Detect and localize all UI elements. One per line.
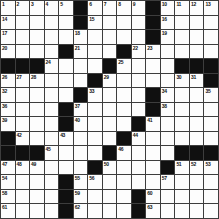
black-cell-1-11 [146,1,160,15]
clue-number-44: 44 [133,132,138,138]
cell-7-3[interactable] [30,88,44,102]
cell-1-7[interactable]: 6 [88,1,102,15]
cell-5-12[interactable] [161,59,175,73]
cell-4-13[interactable] [175,45,189,59]
black-cell-11-13 [175,146,189,160]
clue-number-24: 24 [46,59,51,65]
black-cell-5-15 [204,59,218,73]
cell-6-4[interactable] [45,74,59,88]
cell-5-11[interactable] [146,59,160,73]
clue-number-43: 43 [60,132,65,138]
cell-11-4[interactable]: 45 [45,146,59,160]
cell-10-8[interactable] [103,132,117,146]
cell-1-8[interactable]: 7 [103,1,117,15]
cell-9-2[interactable] [16,117,30,131]
cell-14-12[interactable] [161,190,175,204]
black-cell-14-5 [59,190,73,204]
cell-7-2[interactable] [16,88,30,102]
clue-number-50: 50 [104,161,109,167]
cell-1-2[interactable]: 2 [16,1,30,15]
clue-number-3: 3 [31,1,33,7]
cell-9-13[interactable] [175,117,189,131]
cell-9-4[interactable] [45,117,59,131]
clue-number-41: 41 [147,117,152,123]
cell-3-14[interactable] [190,30,204,44]
clue-number-59: 59 [75,190,80,196]
cell-7-15[interactable]: 35 [204,88,218,102]
cell-3-8[interactable] [103,30,117,44]
black-cell-5-8 [103,59,117,73]
cell-11-9[interactable]: 46 [117,146,131,160]
cell-15-8[interactable] [103,204,117,218]
cell-3-13[interactable] [175,30,189,44]
cell-9-11[interactable]: 41 [146,117,160,131]
cell-4-2[interactable] [16,45,30,59]
black-cell-9-5 [59,117,73,131]
cell-7-10[interactable] [132,88,146,102]
cell-15-13[interactable] [175,204,189,218]
cell-10-11[interactable] [146,132,160,146]
clue-number-57: 57 [162,175,167,181]
cell-2-9[interactable] [117,16,131,30]
cell-10-4[interactable] [45,132,59,146]
cell-9-12[interactable] [161,117,175,131]
clue-number-10: 10 [162,1,167,7]
cell-2-15[interactable] [204,16,218,30]
cell-6-12[interactable] [161,74,175,88]
cell-9-14[interactable] [190,117,204,131]
cell-5-4[interactable]: 24 [45,59,59,73]
cell-9-3[interactable] [30,117,44,131]
clue-number-12: 12 [191,1,196,7]
cell-1-1[interactable]: 1 [1,1,15,15]
clue-number-7: 7 [104,1,106,7]
black-cell-11-8 [103,146,117,160]
cell-8-8[interactable] [103,103,117,117]
clue-number-48: 48 [17,161,22,167]
cell-13-15[interactable] [204,175,218,189]
cell-7-9[interactable] [117,88,131,102]
cell-4-15[interactable] [204,45,218,59]
clue-number-29: 29 [104,74,109,80]
clue-number-17: 17 [2,30,7,36]
cell-15-11[interactable]: 63 [146,204,160,218]
black-cell-4-9 [117,45,131,59]
cell-9-1[interactable]: 39 [1,117,15,131]
cell-8-7[interactable] [88,103,102,117]
cell-4-3[interactable] [30,45,44,59]
cell-6-13[interactable]: 30 [175,74,189,88]
cell-10-15[interactable] [204,132,218,146]
cell-8-3[interactable] [30,103,44,117]
cell-7-5[interactable] [59,88,73,102]
cell-3-9[interactable] [117,30,131,44]
cell-2-2[interactable] [16,16,30,30]
cell-4-11[interactable]: 23 [146,45,160,59]
clue-number-18: 18 [75,30,80,36]
cell-15-7[interactable] [88,204,102,218]
cell-3-2[interactable] [16,30,30,44]
cell-15-6[interactable]: 62 [74,204,88,218]
black-cell-9-10 [132,117,146,131]
clue-number-25: 25 [118,59,123,65]
black-cell-11-2 [16,146,30,160]
cell-1-15[interactable]: 13 [204,1,218,15]
clue-number-2: 2 [17,1,19,7]
cell-10-14[interactable] [190,132,204,146]
cell-14-13[interactable] [175,190,189,204]
black-cell-2-11 [146,16,160,30]
cell-2-8[interactable] [103,16,117,30]
cell-14-11[interactable]: 60 [146,190,160,204]
clue-number-6: 6 [89,1,91,7]
cell-8-1[interactable]: 36 [1,103,15,117]
clue-number-1: 1 [2,1,4,7]
cell-1-13[interactable]: 11 [175,1,189,15]
cell-14-9[interactable] [117,190,131,204]
clue-number-58: 58 [2,190,7,196]
cell-14-7[interactable] [88,190,102,204]
cell-3-10[interactable] [132,30,146,44]
cell-15-3[interactable] [30,204,44,218]
cell-11-5[interactable] [59,146,73,160]
cell-2-3[interactable] [30,16,44,30]
black-cell-10-1 [1,132,15,146]
cell-7-8[interactable] [103,88,117,102]
cell-13-12[interactable]: 57 [161,175,175,189]
cell-15-12[interactable] [161,204,175,218]
cell-15-14[interactable] [190,204,204,218]
cell-5-9[interactable]: 25 [117,59,131,73]
clue-number-39: 39 [2,117,7,123]
cell-13-4[interactable] [45,175,59,189]
clue-number-53: 53 [205,161,210,167]
clue-number-62: 62 [75,204,80,210]
clue-number-46: 46 [118,146,123,152]
clue-number-63: 63 [147,204,152,210]
black-cell-13-5 [59,175,73,189]
cell-8-15[interactable] [204,103,218,117]
cell-13-11[interactable] [146,175,160,189]
cell-1-14[interactable]: 12 [190,1,204,15]
cell-13-3[interactable] [30,175,44,189]
black-cell-3-11 [146,30,160,44]
black-cell-7-11 [146,88,160,102]
cell-2-7[interactable]: 15 [88,16,102,30]
cell-4-1[interactable]: 20 [1,45,15,59]
clue-number-47: 47 [2,161,7,167]
black-cell-12-12 [161,161,175,175]
cell-10-10[interactable]: 44 [132,132,146,146]
clue-number-36: 36 [2,103,7,109]
clue-number-9: 9 [133,1,135,7]
clue-number-11: 11 [176,1,181,7]
cell-3-15[interactable] [204,30,218,44]
cell-8-4[interactable] [45,103,59,117]
cell-2-4[interactable] [45,16,59,30]
clue-number-23: 23 [147,45,152,51]
cell-13-9[interactable] [117,175,131,189]
clue-number-49: 49 [31,161,36,167]
cell-1-3[interactable]: 3 [30,1,44,15]
cell-3-12[interactable]: 19 [161,30,175,44]
cell-10-13[interactable] [175,132,189,146]
cell-13-7[interactable]: 56 [88,175,102,189]
cell-9-15[interactable] [204,117,218,131]
cell-14-2[interactable] [16,190,30,204]
cell-1-9[interactable]: 8 [117,1,131,15]
cell-15-4[interactable] [45,204,59,218]
black-cell-5-13 [175,59,189,73]
clue-number-52: 52 [191,161,196,167]
cell-12-1[interactable]: 47 [1,161,15,175]
clue-number-54: 54 [2,175,7,181]
cell-13-10[interactable] [132,175,146,189]
cell-12-11[interactable] [146,161,160,175]
cell-8-2[interactable] [16,103,30,117]
black-cell-1-6 [74,1,88,15]
cell-2-5[interactable] [59,16,73,30]
cell-4-12[interactable] [161,45,175,59]
cell-11-12[interactable] [161,146,175,160]
black-cell-2-6 [74,16,88,30]
clue-number-55: 55 [75,175,80,181]
cell-10-7[interactable] [88,132,102,146]
black-cell-11-14 [190,146,204,160]
cell-9-8[interactable] [103,117,117,131]
cell-4-8[interactable] [103,45,117,59]
clue-number-30: 30 [176,74,181,80]
cell-15-15[interactable] [204,204,218,218]
cell-6-14[interactable]: 31 [190,74,204,88]
cell-1-4[interactable]: 4 [45,1,59,15]
cell-11-7[interactable] [88,146,102,160]
clue-number-4: 4 [46,1,48,7]
cell-6-9[interactable] [117,74,131,88]
cell-12-3[interactable]: 49 [30,161,44,175]
clue-number-15: 15 [89,16,94,22]
cell-12-15[interactable]: 53 [204,161,218,175]
clue-number-35: 35 [205,88,210,94]
clue-number-60: 60 [147,190,152,196]
cell-3-3[interactable] [30,30,44,44]
cell-12-10[interactable] [132,161,146,175]
cell-8-13[interactable] [175,103,189,117]
black-cell-5-2 [16,59,30,73]
cell-14-8[interactable] [103,190,117,204]
cell-4-10[interactable]: 22 [132,45,146,59]
cell-14-3[interactable] [30,190,44,204]
cell-9-9[interactable] [117,117,131,131]
cell-11-10[interactable] [132,146,146,160]
cell-12-14[interactable]: 52 [190,161,204,175]
black-cell-6-7 [88,74,102,88]
cell-8-10[interactable] [132,103,146,117]
cell-6-11[interactable] [146,74,160,88]
cell-10-5[interactable]: 43 [59,132,73,146]
clue-number-20: 20 [2,45,7,51]
clue-number-34: 34 [162,88,167,94]
clue-number-37: 37 [75,103,80,109]
clue-number-28: 28 [31,74,36,80]
cell-13-13[interactable] [175,175,189,189]
cell-13-8[interactable] [103,175,117,189]
cell-12-8[interactable]: 50 [103,161,117,175]
cell-6-2[interactable]: 27 [16,74,30,88]
cell-10-3[interactable] [30,132,44,146]
black-cell-5-14 [190,59,204,73]
black-cell-6-15 [204,74,218,88]
black-cell-5-3 [30,59,44,73]
cell-15-1[interactable]: 61 [1,204,15,218]
cell-12-9[interactable] [117,161,131,175]
cell-8-6[interactable]: 37 [74,103,88,117]
clue-number-56: 56 [89,175,94,181]
cell-14-6[interactable]: 59 [74,190,88,204]
clue-number-21: 21 [75,45,80,51]
cell-7-12[interactable]: 34 [161,88,175,102]
clue-number-14: 14 [2,16,7,22]
cell-12-5[interactable] [59,161,73,175]
black-cell-11-3 [30,146,44,160]
cell-1-10[interactable]: 9 [132,1,146,15]
cell-6-5[interactable] [59,74,73,88]
black-cell-4-5 [59,45,73,59]
cell-1-12[interactable]: 10 [161,1,175,15]
cell-3-6[interactable]: 18 [74,30,88,44]
black-cell-12-7 [88,161,102,175]
cell-2-12[interactable]: 16 [161,16,175,30]
cell-8-12[interactable]: 38 [161,103,175,117]
black-cell-11-1 [1,146,15,160]
cell-4-4[interactable] [45,45,59,59]
cell-3-5[interactable] [59,30,73,44]
cell-2-1[interactable]: 14 [1,16,15,30]
clue-number-61: 61 [2,204,7,210]
cell-9-6[interactable]: 40 [74,117,88,131]
clue-number-27: 27 [17,74,22,80]
cell-2-13[interactable] [175,16,189,30]
cell-9-7[interactable] [88,117,102,131]
clue-number-8: 8 [118,1,120,7]
black-cell-8-5 [59,103,73,117]
cell-12-2[interactable]: 48 [16,161,30,175]
black-cell-8-11 [146,103,160,117]
cell-7-1[interactable]: 32 [1,88,15,102]
cell-6-1[interactable]: 26 [1,74,15,88]
cell-13-14[interactable] [190,175,204,189]
cell-2-14[interactable] [190,16,204,30]
cell-4-14[interactable] [190,45,204,59]
cell-1-5[interactable]: 5 [59,1,73,15]
clue-number-22: 22 [133,45,138,51]
cell-14-1[interactable]: 58 [1,190,15,204]
black-cell-7-6 [74,88,88,102]
cell-14-15[interactable] [204,190,218,204]
clue-number-32: 32 [2,88,7,94]
cell-14-14[interactable] [190,190,204,204]
cell-7-14[interactable] [190,88,204,102]
cell-13-6[interactable]: 55 [74,175,88,189]
clue-number-26: 26 [2,74,7,80]
cell-10-12[interactable] [161,132,175,146]
cell-3-4[interactable] [45,30,59,44]
cell-11-11[interactable] [146,146,160,160]
cell-15-2[interactable] [16,204,30,218]
cell-13-1[interactable]: 54 [1,175,15,189]
cell-5-7[interactable] [88,59,102,73]
cell-7-7[interactable]: 33 [88,88,102,102]
cell-12-13[interactable]: 51 [175,161,189,175]
cell-3-7[interactable] [88,30,102,44]
clue-number-40: 40 [75,117,80,123]
cell-6-10[interactable] [132,74,146,88]
crossword-grid: 1234567891011121314151617181920212223242… [0,0,219,219]
clue-number-42: 42 [17,132,22,138]
black-cell-10-9 [117,132,131,146]
cell-12-6[interactable] [74,161,88,175]
cell-5-10[interactable] [132,59,146,73]
clue-number-31: 31 [191,74,196,80]
cell-10-2[interactable]: 42 [16,132,30,146]
clue-number-45: 45 [46,146,51,152]
cell-12-4[interactable] [45,161,59,175]
black-cell-15-5 [59,204,73,218]
cell-10-6[interactable] [74,132,88,146]
cell-6-6[interactable] [74,74,88,88]
cell-5-6[interactable] [74,59,88,73]
clue-number-51: 51 [176,161,181,167]
black-cell-5-1 [1,59,15,73]
clue-number-19: 19 [162,30,167,36]
clue-number-16: 16 [162,16,167,22]
cell-6-3[interactable]: 28 [30,74,44,88]
cell-7-4[interactable] [45,88,59,102]
clue-number-5: 5 [60,1,62,7]
black-cell-11-15 [204,146,218,160]
cell-4-6[interactable]: 21 [74,45,88,59]
cell-11-6[interactable] [74,146,88,160]
clue-number-33: 33 [89,88,94,94]
cell-14-4[interactable] [45,190,59,204]
black-cell-14-10 [132,190,146,204]
cell-5-5[interactable] [59,59,73,73]
cell-4-7[interactable] [88,45,102,59]
cell-8-9[interactable] [117,103,131,117]
cell-2-10[interactable] [132,16,146,30]
clue-number-13: 13 [205,1,210,7]
cell-8-14[interactable] [190,103,204,117]
cell-15-9[interactable] [117,204,131,218]
cell-6-8[interactable]: 29 [103,74,117,88]
black-cell-15-10 [132,204,146,218]
cell-13-2[interactable] [16,175,30,189]
cell-3-1[interactable]: 17 [1,30,15,44]
clue-number-38: 38 [162,103,167,109]
cell-7-13[interactable] [175,88,189,102]
